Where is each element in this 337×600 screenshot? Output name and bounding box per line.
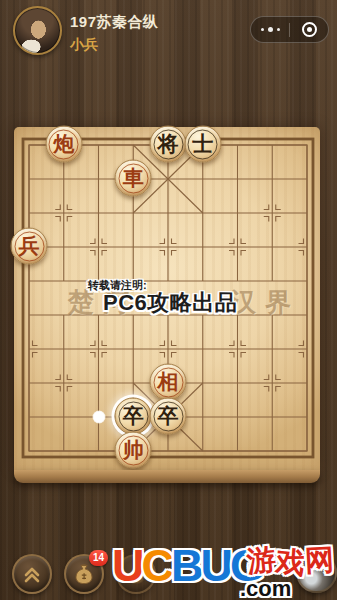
piece-black-general[interactable]: 将 (150, 126, 187, 163)
app-screen: 197苏秦合纵 小兵 楚河 汉界 炮将士車兵相卒卒帅 转载请注明: PC6攻略出… (0, 0, 337, 600)
board-edge (14, 470, 320, 483)
last-move-from-marker (92, 411, 105, 424)
piece-black-advisor[interactable]: 士 (184, 126, 221, 163)
demo-icon (123, 561, 149, 587)
piece-red-general[interactable]: 帅 (115, 432, 152, 469)
piece-red-soldier[interactable]: 兵 (11, 228, 48, 265)
pouch-button[interactable]: 14 (64, 554, 104, 594)
level-title: 197苏秦合纵 (70, 13, 159, 32)
more-icon (261, 28, 264, 31)
player-avatar (13, 6, 62, 55)
more-button[interactable] (251, 17, 289, 42)
miniprogram-capsule (250, 16, 329, 43)
watermark-brand: PC6攻略出品 (103, 288, 237, 318)
exit-icon (302, 22, 317, 37)
demo-button[interactable] (116, 554, 156, 594)
piece-red-chariot[interactable]: 車 (115, 160, 152, 197)
piece-black-soldier-1[interactable]: 卒 (115, 398, 152, 435)
pouch-count-badge: 14 (89, 550, 108, 566)
globe-button[interactable] (296, 552, 337, 593)
piece-red-cannon[interactable]: 炮 (45, 126, 82, 163)
chevron-up-icon (20, 562, 44, 586)
exit-button[interactable] (290, 17, 328, 42)
river-label-right: 汉界 (228, 285, 302, 320)
watermark-domain: .com (240, 576, 291, 600)
menu-button[interactable] (12, 554, 52, 594)
piece-black-soldier-2[interactable]: 卒 (150, 398, 187, 435)
piece-red-elephant[interactable]: 相 (150, 364, 187, 401)
player-rank: 小兵 (70, 36, 98, 54)
